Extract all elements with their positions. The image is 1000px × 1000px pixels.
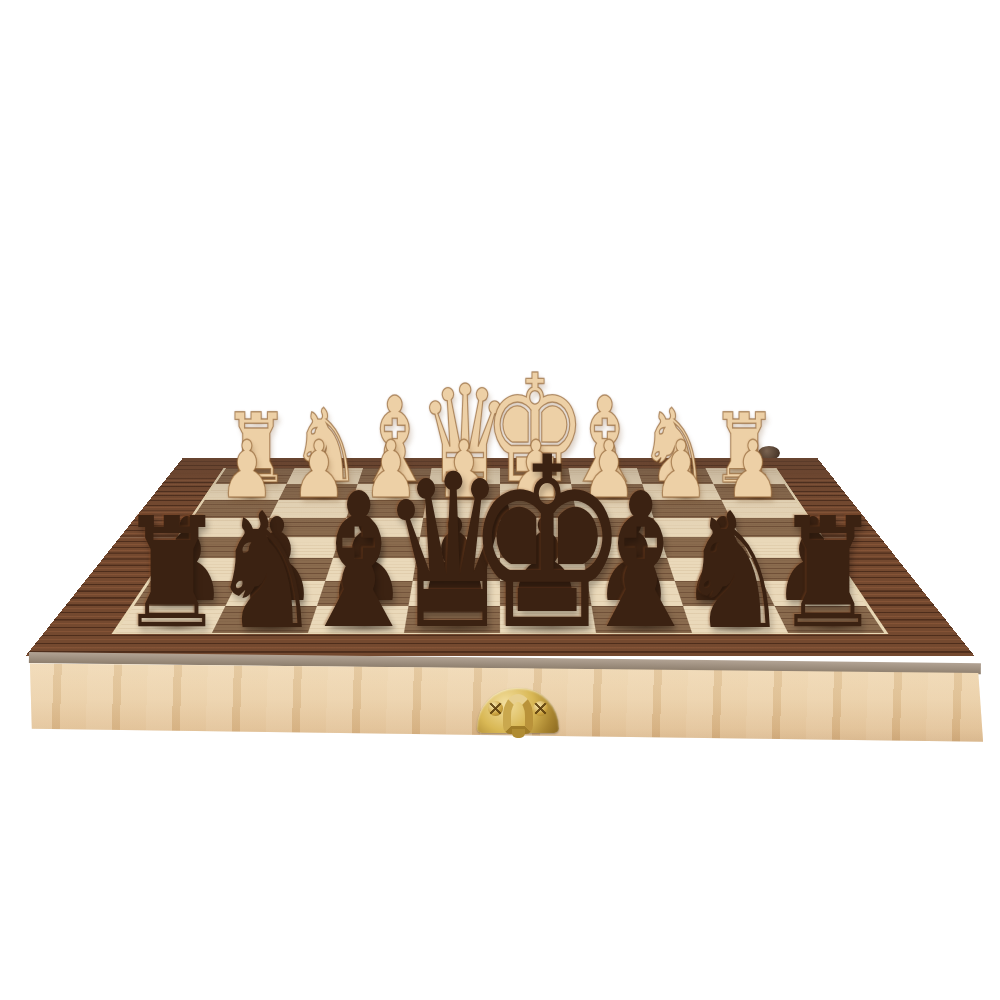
product-photo-stage: ♜♞♝♛♚♝♞♜♟♟♟♟♟♟♟♟♟♟♟♟♟♟♟♟♜♞♝♛♚♝♞♜: [0, 0, 1000, 1000]
piece-dark-rook[interactable]: ♜: [775, 498, 881, 650]
clasp-loop: [503, 694, 533, 734]
piece-dark-knight[interactable]: ♞: [678, 492, 790, 652]
clasp-screw-right-icon: [533, 701, 548, 716]
clasp-tab: [512, 729, 525, 738]
clasp-screw-left-icon: [488, 701, 503, 716]
pieces-layer: ♜♞♝♛♚♝♞♜♟♟♟♟♟♟♟♟♟♟♟♟♟♟♟♟♜♞♝♛♚♝♞♜: [0, 0, 1000, 1000]
